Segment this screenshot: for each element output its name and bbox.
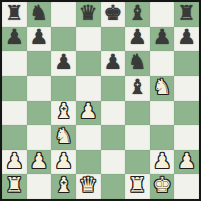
white-king-piece: ♚ xyxy=(153,175,172,196)
square-c3[interactable]: ♞ xyxy=(51,125,76,150)
square-d7[interactable] xyxy=(76,27,101,52)
square-d4[interactable]: ♟ xyxy=(76,101,101,126)
square-c2[interactable]: ♟ xyxy=(51,150,76,175)
square-d6[interactable] xyxy=(76,51,101,76)
square-a5[interactable] xyxy=(2,76,27,101)
black-bishop-piece: ♝ xyxy=(128,3,147,24)
square-e8[interactable]: ♚ xyxy=(101,2,126,27)
black-bishop-piece: ♝ xyxy=(128,77,147,98)
square-h7[interactable]: ♟ xyxy=(174,27,199,52)
square-h1[interactable] xyxy=(174,174,199,199)
black-king-piece: ♚ xyxy=(103,3,122,24)
square-g7[interactable]: ♟ xyxy=(150,27,175,52)
square-b4[interactable] xyxy=(27,101,52,126)
white-queen-piece: ♛ xyxy=(79,175,98,196)
square-a8[interactable]: ♜ xyxy=(2,2,27,27)
white-pawn-piece: ♟ xyxy=(54,151,73,172)
white-pawn-piece: ♟ xyxy=(177,151,196,172)
black-pawn-piece: ♟ xyxy=(30,27,49,48)
square-e4[interactable] xyxy=(101,101,126,126)
black-pawn-piece: ♟ xyxy=(128,27,147,48)
square-c4[interactable]: ♝ xyxy=(51,101,76,126)
square-b2[interactable]: ♟ xyxy=(27,150,52,175)
square-f3[interactable] xyxy=(125,125,150,150)
square-b1[interactable] xyxy=(27,174,52,199)
square-f1[interactable]: ♜ xyxy=(125,174,150,199)
square-c1[interactable]: ♝ xyxy=(51,174,76,199)
square-f8[interactable]: ♝ xyxy=(125,2,150,27)
square-g6[interactable] xyxy=(150,51,175,76)
square-c7[interactable] xyxy=(51,27,76,52)
black-queen-piece: ♛ xyxy=(79,3,98,24)
square-g3[interactable] xyxy=(150,125,175,150)
square-h2[interactable]: ♟ xyxy=(174,150,199,175)
square-c6[interactable]: ♟ xyxy=(51,51,76,76)
square-e7[interactable] xyxy=(101,27,126,52)
square-b8[interactable]: ♞ xyxy=(27,2,52,27)
white-knight-piece: ♞ xyxy=(54,126,73,147)
black-rook-piece: ♜ xyxy=(5,3,24,24)
white-pawn-piece: ♟ xyxy=(153,151,172,172)
black-pawn-piece: ♟ xyxy=(103,52,122,73)
square-a4[interactable] xyxy=(2,101,27,126)
square-g8[interactable] xyxy=(150,2,175,27)
square-e6[interactable]: ♟ xyxy=(101,51,126,76)
white-pawn-piece: ♟ xyxy=(30,151,49,172)
square-f2[interactable] xyxy=(125,150,150,175)
black-rook-piece: ♜ xyxy=(177,3,196,24)
square-d1[interactable]: ♛ xyxy=(76,174,101,199)
square-f5[interactable]: ♝ xyxy=(125,76,150,101)
square-a3[interactable] xyxy=(2,125,27,150)
square-d2[interactable] xyxy=(76,150,101,175)
white-knight-piece: ♞ xyxy=(153,77,172,98)
square-h6[interactable] xyxy=(174,51,199,76)
white-pawn-piece: ♟ xyxy=(79,101,98,122)
white-pawn-piece: ♟ xyxy=(5,151,24,172)
white-bishop-piece: ♝ xyxy=(54,101,73,122)
square-e2[interactable] xyxy=(101,150,126,175)
square-b6[interactable] xyxy=(27,51,52,76)
square-c8[interactable] xyxy=(51,2,76,27)
white-rook-piece: ♜ xyxy=(128,175,147,196)
white-bishop-piece: ♝ xyxy=(54,175,73,196)
square-h3[interactable] xyxy=(174,125,199,150)
square-a2[interactable]: ♟ xyxy=(2,150,27,175)
chess-board: ♜♞♛♚♝♜♟♟♟♟♟♟♟♞♝♞♝♟♞♟♟♟♟♟♜♝♛♜♚ xyxy=(0,0,201,201)
square-d5[interactable] xyxy=(76,76,101,101)
square-d3[interactable] xyxy=(76,125,101,150)
square-a6[interactable] xyxy=(2,51,27,76)
square-h4[interactable] xyxy=(174,101,199,126)
square-e5[interactable] xyxy=(101,76,126,101)
square-b7[interactable]: ♟ xyxy=(27,27,52,52)
square-e3[interactable] xyxy=(101,125,126,150)
square-g4[interactable] xyxy=(150,101,175,126)
square-g5[interactable]: ♞ xyxy=(150,76,175,101)
square-b3[interactable] xyxy=(27,125,52,150)
black-pawn-piece: ♟ xyxy=(54,52,73,73)
black-knight-piece: ♞ xyxy=(128,52,147,73)
square-h8[interactable]: ♜ xyxy=(174,2,199,27)
square-f7[interactable]: ♟ xyxy=(125,27,150,52)
square-g2[interactable]: ♟ xyxy=(150,150,175,175)
black-pawn-piece: ♟ xyxy=(153,27,172,48)
square-h5[interactable] xyxy=(174,76,199,101)
black-pawn-piece: ♟ xyxy=(177,27,196,48)
square-a7[interactable]: ♟ xyxy=(2,27,27,52)
square-g1[interactable]: ♚ xyxy=(150,174,175,199)
square-f4[interactable] xyxy=(125,101,150,126)
square-a1[interactable]: ♜ xyxy=(2,174,27,199)
square-d8[interactable]: ♛ xyxy=(76,2,101,27)
white-rook-piece: ♜ xyxy=(5,175,24,196)
black-pawn-piece: ♟ xyxy=(5,27,24,48)
square-e1[interactable] xyxy=(101,174,126,199)
square-c5[interactable] xyxy=(51,76,76,101)
square-f6[interactable]: ♞ xyxy=(125,51,150,76)
square-b5[interactable] xyxy=(27,76,52,101)
black-knight-piece: ♞ xyxy=(30,3,49,24)
